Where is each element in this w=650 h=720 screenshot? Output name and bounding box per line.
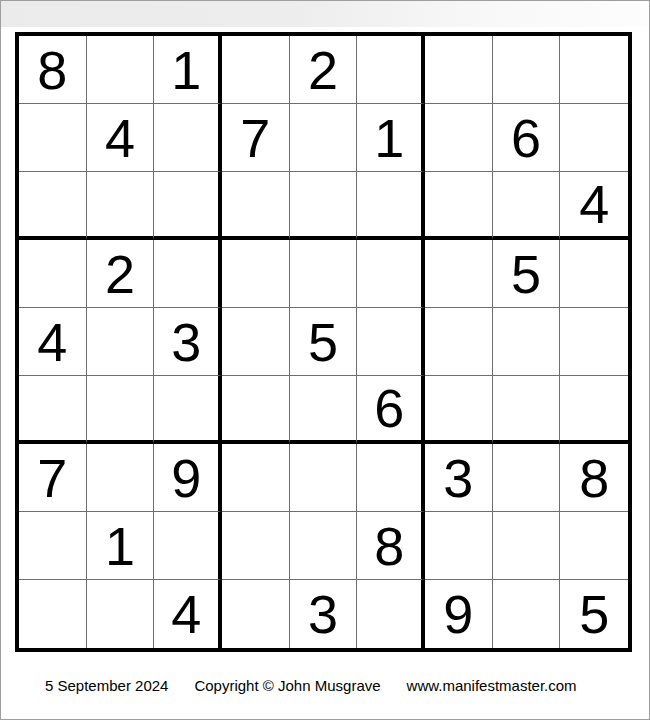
cell-r5c3: 3 <box>154 308 222 376</box>
cell-r4c3 <box>154 240 222 308</box>
cell-r3c6 <box>357 172 425 240</box>
cell-r3c7 <box>425 172 493 240</box>
cell-r6c5 <box>290 376 358 444</box>
cell-r2c4: 7 <box>222 104 290 172</box>
cell-r4c1 <box>19 240 87 308</box>
cell-r1c3: 1 <box>154 36 222 104</box>
cell-r7c6 <box>357 444 425 512</box>
cell-r5c2 <box>87 308 155 376</box>
sudoku-board: 812471642543567938184395 <box>15 32 632 652</box>
cell-r2c2: 4 <box>87 104 155 172</box>
cell-r1c8 <box>493 36 561 104</box>
cell-r1c7 <box>425 36 493 104</box>
cell-r7c3: 9 <box>154 444 222 512</box>
cell-r7c2 <box>87 444 155 512</box>
cell-r2c7 <box>425 104 493 172</box>
cell-r8c1 <box>19 512 87 580</box>
cell-r2c6: 1 <box>357 104 425 172</box>
cell-r1c5: 2 <box>290 36 358 104</box>
cell-r6c7 <box>425 376 493 444</box>
footer-date: 5 September 2024 <box>45 677 168 694</box>
cell-r5c5: 5 <box>290 308 358 376</box>
footer: 5 September 2024Copyright © John Musgrav… <box>45 677 577 694</box>
cell-r7c5 <box>290 444 358 512</box>
cell-r9c4 <box>222 580 290 648</box>
cell-r7c8 <box>493 444 561 512</box>
cell-r9c5: 3 <box>290 580 358 648</box>
cell-r1c9 <box>560 36 628 104</box>
cell-r1c6 <box>357 36 425 104</box>
cell-r9c1 <box>19 580 87 648</box>
cell-r5c6 <box>357 308 425 376</box>
cell-r4c9 <box>560 240 628 308</box>
cell-r8c9 <box>560 512 628 580</box>
cell-r8c5 <box>290 512 358 580</box>
cell-r9c9: 5 <box>560 580 628 648</box>
cell-r6c2 <box>87 376 155 444</box>
cell-r6c4 <box>222 376 290 444</box>
cell-r4c5 <box>290 240 358 308</box>
cell-r5c7 <box>425 308 493 376</box>
cell-r1c1: 8 <box>19 36 87 104</box>
cell-r7c4 <box>222 444 290 512</box>
cell-r4c2: 2 <box>87 240 155 308</box>
cell-r6c3 <box>154 376 222 444</box>
cell-r3c2 <box>87 172 155 240</box>
footer-website: www.manifestmaster.com <box>407 677 577 694</box>
cell-r5c8 <box>493 308 561 376</box>
cell-r3c8 <box>493 172 561 240</box>
cell-r8c2: 1 <box>87 512 155 580</box>
cell-r4c4 <box>222 240 290 308</box>
cell-r9c8 <box>493 580 561 648</box>
cell-r8c4 <box>222 512 290 580</box>
cell-r7c9: 8 <box>560 444 628 512</box>
cell-r9c3: 4 <box>154 580 222 648</box>
puzzle-page: 812471642543567938184395 5 September 202… <box>0 0 650 720</box>
cell-r5c1: 4 <box>19 308 87 376</box>
cell-r5c9 <box>560 308 628 376</box>
page-top-gradient <box>1 1 649 27</box>
cell-r2c8: 6 <box>493 104 561 172</box>
cell-r3c4 <box>222 172 290 240</box>
cell-r4c8: 5 <box>493 240 561 308</box>
cell-r3c1 <box>19 172 87 240</box>
cell-r1c4 <box>222 36 290 104</box>
cell-r5c4 <box>222 308 290 376</box>
cell-r8c3 <box>154 512 222 580</box>
cell-r6c1 <box>19 376 87 444</box>
cell-r8c6: 8 <box>357 512 425 580</box>
cell-r7c1: 7 <box>19 444 87 512</box>
cell-r8c7 <box>425 512 493 580</box>
cell-r9c6 <box>357 580 425 648</box>
cell-r8c8 <box>493 512 561 580</box>
footer-copyright: Copyright © John Musgrave <box>194 677 380 694</box>
cell-r9c2 <box>87 580 155 648</box>
cell-r2c9 <box>560 104 628 172</box>
cell-r3c3 <box>154 172 222 240</box>
cell-r4c7 <box>425 240 493 308</box>
cell-r2c5 <box>290 104 358 172</box>
cell-r3c5 <box>290 172 358 240</box>
cell-r6c6: 6 <box>357 376 425 444</box>
cell-r4c6 <box>357 240 425 308</box>
cell-r7c7: 3 <box>425 444 493 512</box>
cell-r2c3 <box>154 104 222 172</box>
cell-r9c7: 9 <box>425 580 493 648</box>
cell-r6c9 <box>560 376 628 444</box>
cell-r6c8 <box>493 376 561 444</box>
cell-r1c2 <box>87 36 155 104</box>
cell-r2c1 <box>19 104 87 172</box>
cell-r3c9: 4 <box>560 172 628 240</box>
